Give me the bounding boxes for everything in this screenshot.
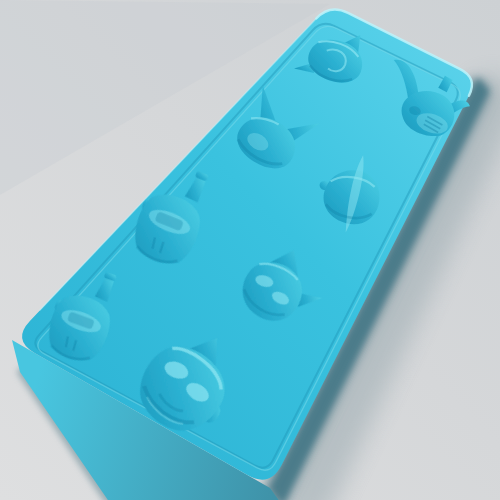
scene-canvas: A bright aqua-blue silicone ice cube tra… [0,0,500,500]
photo-ice-cube-tray: A bright aqua-blue silicone ice cube tra… [0,0,500,500]
